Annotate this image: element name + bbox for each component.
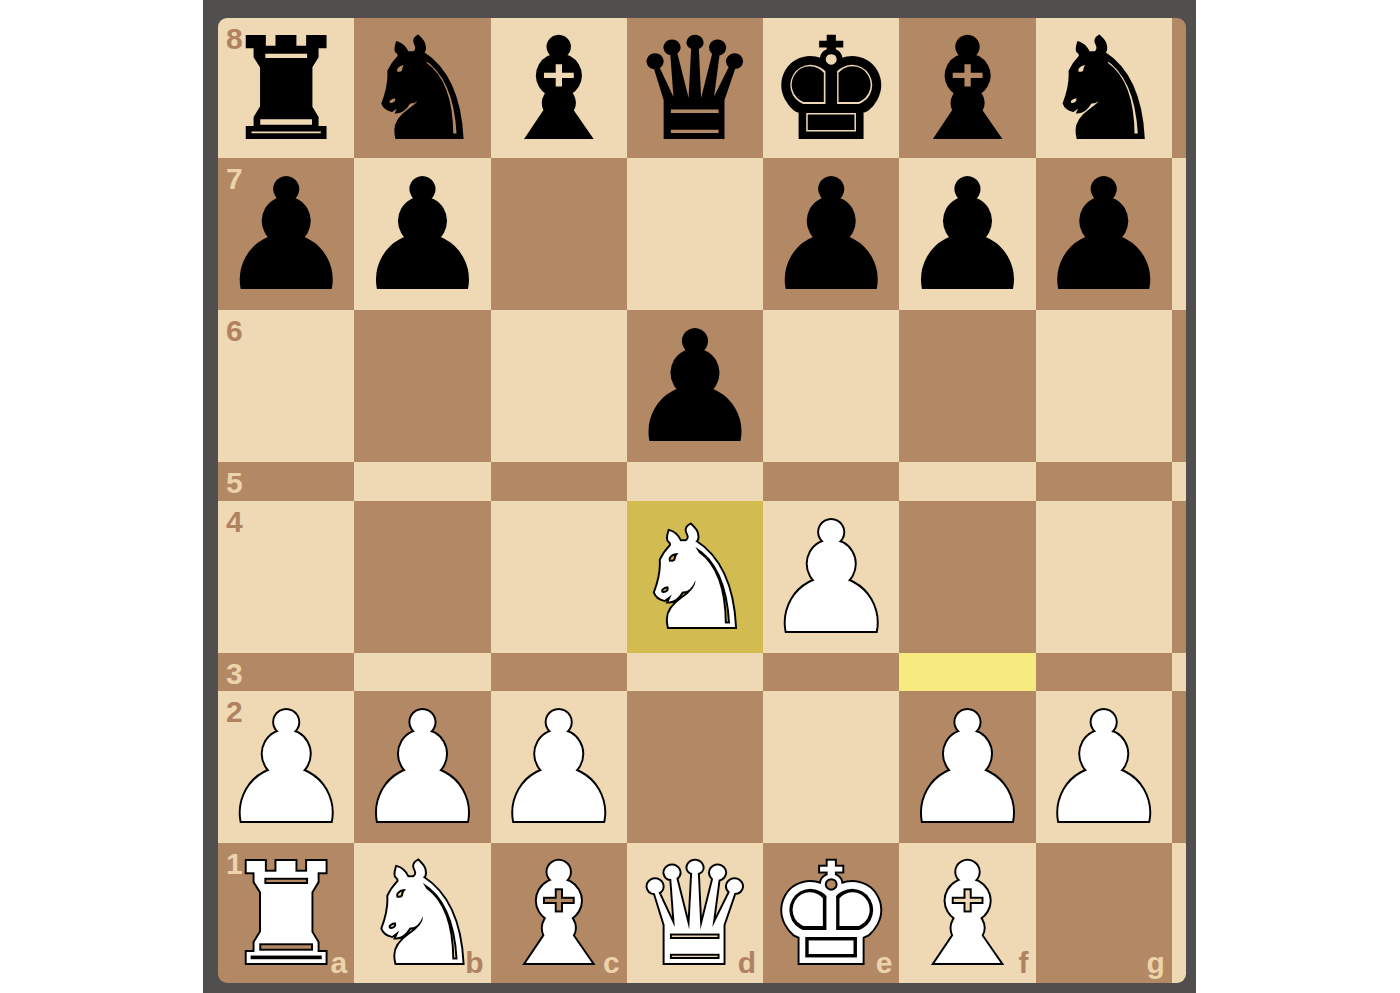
- square-d1[interactable]: d♛: [627, 843, 763, 983]
- black-pawn-e7[interactable]: ♟: [763, 160, 899, 312]
- square-a7[interactable]: 7♟: [218, 158, 354, 310]
- square-f7[interactable]: ♟: [899, 158, 1035, 310]
- white-pawn-h2[interactable]: ♟: [1172, 693, 1186, 845]
- square-e3[interactable]: [763, 653, 899, 692]
- square-f6[interactable]: [899, 310, 1035, 462]
- square-h7[interactable]: ♟: [1172, 158, 1186, 310]
- black-king-e8[interactable]: ♚: [768, 20, 894, 160]
- square-d5[interactable]: [627, 462, 763, 501]
- square-h2[interactable]: ♟: [1172, 691, 1186, 843]
- square-d8[interactable]: ♛: [627, 18, 763, 158]
- square-b6[interactable]: [354, 310, 490, 462]
- chess-board[interactable]: 8♜♞♝♛♚♝♞♜7♟♟♟♟♟♟6♟54♞♟32♟♟♟♟♟♟1a♜b♞c♝d♛e…: [218, 18, 1186, 983]
- square-a6[interactable]: 6: [218, 310, 354, 462]
- square-d2[interactable]: [627, 691, 763, 843]
- black-bishop-c8[interactable]: ♝: [496, 20, 622, 160]
- white-bishop-f1[interactable]: ♝: [905, 845, 1031, 983]
- square-f4[interactable]: [899, 501, 1035, 653]
- square-a1[interactable]: 1a♜: [218, 843, 354, 983]
- black-rook-h8[interactable]: ♜: [1177, 20, 1186, 160]
- black-pawn-g7[interactable]: ♟: [1036, 160, 1172, 312]
- square-h6[interactable]: [1172, 310, 1186, 462]
- white-pawn-e4[interactable]: ♟: [763, 503, 899, 655]
- page: 8♜♞♝♛♚♝♞♜7♟♟♟♟♟♟6♟54♞♟32♟♟♟♟♟♟1a♜b♞c♝d♛e…: [0, 0, 1400, 993]
- square-b4[interactable]: [354, 501, 490, 653]
- square-d3[interactable]: [627, 653, 763, 692]
- square-g6[interactable]: [1036, 310, 1172, 462]
- white-knight-d4[interactable]: ♞: [632, 509, 758, 649]
- white-queen-d1[interactable]: ♛: [632, 845, 758, 983]
- black-pawn-h7[interactable]: ♟: [1172, 160, 1186, 312]
- black-pawn-f7[interactable]: ♟: [899, 160, 1035, 312]
- square-c5[interactable]: [491, 462, 627, 501]
- square-c7[interactable]: [491, 158, 627, 310]
- square-f8[interactable]: ♝: [899, 18, 1035, 158]
- square-a8[interactable]: 8♜: [218, 18, 354, 158]
- square-b7[interactable]: ♟: [354, 158, 490, 310]
- square-e2[interactable]: [763, 691, 899, 843]
- square-g7[interactable]: ♟: [1036, 158, 1172, 310]
- square-e8[interactable]: ♚: [763, 18, 899, 158]
- square-g8[interactable]: ♞: [1036, 18, 1172, 158]
- square-c2[interactable]: ♟: [491, 691, 627, 843]
- square-g5[interactable]: [1036, 462, 1172, 501]
- board-frame: 8♜♞♝♛♚♝♞♜7♟♟♟♟♟♟6♟54♞♟32♟♟♟♟♟♟1a♜b♞c♝d♛e…: [203, 0, 1196, 993]
- file-label-g: g: [1147, 948, 1165, 978]
- black-knight-g8[interactable]: ♞: [1041, 20, 1167, 160]
- square-b8[interactable]: ♞: [354, 18, 490, 158]
- square-h4[interactable]: [1172, 501, 1186, 653]
- square-g1[interactable]: g: [1036, 843, 1172, 983]
- square-a2[interactable]: 2♟: [218, 691, 354, 843]
- black-pawn-d6[interactable]: ♟: [627, 312, 763, 464]
- rank-label-6: 6: [226, 316, 243, 346]
- white-rook-h1[interactable]: ♜: [1177, 845, 1186, 983]
- square-b5[interactable]: [354, 462, 490, 501]
- rank-label-4: 4: [226, 507, 243, 537]
- square-e6[interactable]: [763, 310, 899, 462]
- white-pawn-a2[interactable]: ♟: [218, 693, 354, 845]
- white-pawn-g2[interactable]: ♟: [1036, 693, 1172, 845]
- square-h8[interactable]: ♜: [1172, 18, 1186, 158]
- black-bishop-f8[interactable]: ♝: [905, 20, 1031, 160]
- square-g2[interactable]: ♟: [1036, 691, 1172, 843]
- white-knight-b1[interactable]: ♞: [360, 845, 486, 983]
- square-b1[interactable]: b♞: [354, 843, 490, 983]
- square-c1[interactable]: c♝: [491, 843, 627, 983]
- square-h1[interactable]: h♜: [1172, 843, 1186, 983]
- square-a4[interactable]: 4: [218, 501, 354, 653]
- white-pawn-f2[interactable]: ♟: [899, 693, 1035, 845]
- square-c4[interactable]: [491, 501, 627, 653]
- white-rook-a1[interactable]: ♜: [223, 845, 349, 983]
- square-f1[interactable]: f♝: [899, 843, 1035, 983]
- square-c8[interactable]: ♝: [491, 18, 627, 158]
- square-g4[interactable]: [1036, 501, 1172, 653]
- square-c6[interactable]: [491, 310, 627, 462]
- black-pawn-a7[interactable]: ♟: [218, 160, 354, 312]
- white-bishop-c1[interactable]: ♝: [496, 845, 622, 983]
- square-e4[interactable]: ♟: [763, 501, 899, 653]
- square-d7[interactable]: [627, 158, 763, 310]
- square-d6[interactable]: ♟: [627, 310, 763, 462]
- black-pawn-b7[interactable]: ♟: [354, 160, 490, 312]
- black-rook-a8[interactable]: ♜: [223, 20, 349, 160]
- square-f5[interactable]: [899, 462, 1035, 501]
- square-b2[interactable]: ♟: [354, 691, 490, 843]
- black-knight-b8[interactable]: ♞: [360, 20, 486, 160]
- white-king-e1[interactable]: ♚: [768, 845, 894, 983]
- rank-label-5: 5: [226, 468, 243, 498]
- black-queen-d8[interactable]: ♛: [632, 20, 758, 160]
- square-f2[interactable]: ♟: [899, 691, 1035, 843]
- white-pawn-b2[interactable]: ♟: [354, 693, 490, 845]
- square-a5[interactable]: 5: [218, 462, 354, 501]
- square-e1[interactable]: e♚: [763, 843, 899, 983]
- square-d4[interactable]: ♞: [627, 501, 763, 653]
- white-pawn-c2[interactable]: ♟: [491, 693, 627, 845]
- square-h5[interactable]: [1172, 462, 1186, 501]
- square-e7[interactable]: ♟: [763, 158, 899, 310]
